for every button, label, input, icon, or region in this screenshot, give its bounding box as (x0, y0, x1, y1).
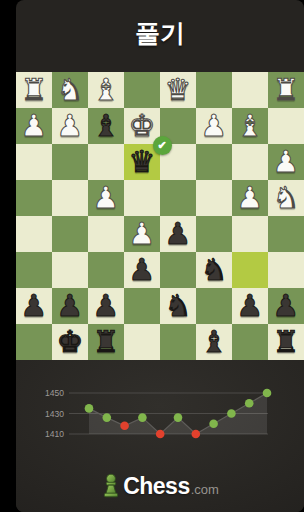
square-f7[interactable]: ♟ (88, 288, 124, 324)
square-g1[interactable]: ♞ (52, 72, 88, 108)
square-b4[interactable]: ♟ (232, 180, 268, 216)
square-a6[interactable] (268, 252, 304, 288)
square-a4[interactable]: ♞ (268, 180, 304, 216)
square-g2[interactable]: ♟ (52, 108, 88, 144)
chart-y-label: 1410 (45, 429, 64, 439)
square-g3[interactable] (52, 144, 88, 180)
square-e6[interactable]: ♟ (124, 252, 160, 288)
puzzle-result-dot-win (103, 413, 112, 422)
piece-black-pawn[interactable]: ♟ (160, 216, 196, 252)
square-c6[interactable]: ♞ (196, 252, 232, 288)
square-d6[interactable] (160, 252, 196, 288)
piece-black-pawn[interactable]: ♟ (88, 288, 124, 324)
square-f5[interactable] (88, 216, 124, 252)
chesscom-logo: Chess .com (16, 473, 304, 499)
square-f6[interactable] (88, 252, 124, 288)
square-f8[interactable]: ♜ (88, 324, 124, 360)
square-c8[interactable]: ♝ (196, 324, 232, 360)
square-e8[interactable] (124, 324, 160, 360)
puzzle-result-dot-loss (120, 422, 129, 431)
square-c4[interactable] (196, 180, 232, 216)
chess-board[interactable]: ♜♞♝♛♜♟♟♝♚♟♝♛♟♟♟♞♟♟♟♞♟♟♟♞♟♟♚♜♝♜✔ (16, 72, 304, 360)
piece-white-pawn[interactable]: ♟ (16, 108, 52, 144)
piece-white-knight[interactable]: ♞ (268, 180, 304, 216)
square-h3[interactable] (16, 144, 52, 180)
header: 풀기 (16, 0, 304, 72)
square-a3[interactable]: ♟ (268, 144, 304, 180)
square-a5[interactable] (268, 216, 304, 252)
correct-move-badge: ✔ (153, 136, 172, 155)
rating-chart: 145014301410 (16, 360, 304, 470)
puzzle-result-dot-win (174, 413, 183, 422)
piece-black-pawn[interactable]: ♟ (16, 288, 52, 324)
puzzle-result-dot-win (227, 409, 236, 418)
piece-black-pawn[interactable]: ♟ (52, 288, 88, 324)
square-c5[interactable] (196, 216, 232, 252)
square-b3[interactable] (232, 144, 268, 180)
piece-black-bishop[interactable]: ♝ (88, 108, 124, 144)
square-a2[interactable] (268, 108, 304, 144)
square-b8[interactable] (232, 324, 268, 360)
piece-white-pawn[interactable]: ♟ (124, 216, 160, 252)
square-f2[interactable]: ♝ (88, 108, 124, 144)
square-g8[interactable]: ♚ (52, 324, 88, 360)
square-h8[interactable] (16, 324, 52, 360)
piece-black-king[interactable]: ♚ (52, 324, 88, 360)
square-c1[interactable] (196, 72, 232, 108)
piece-black-pawn[interactable]: ♟ (124, 252, 160, 288)
stats-section: 145014301410 Chess .com (16, 360, 304, 512)
piece-white-pawn[interactable]: ♟ (88, 180, 124, 216)
piece-white-rook[interactable]: ♜ (268, 72, 304, 108)
square-b5[interactable] (232, 216, 268, 252)
square-e1[interactable] (124, 72, 160, 108)
square-h1[interactable]: ♜ (16, 72, 52, 108)
square-g4[interactable] (52, 180, 88, 216)
square-h4[interactable] (16, 180, 52, 216)
piece-black-rook[interactable]: ♜ (268, 324, 304, 360)
square-a1[interactable]: ♜ (268, 72, 304, 108)
piece-black-pawn[interactable]: ♟ (268, 288, 304, 324)
piece-white-bishop[interactable]: ♝ (88, 72, 124, 108)
puzzle-result-dot-win (85, 404, 94, 413)
square-c3[interactable] (196, 144, 232, 180)
brand-text: Chess (123, 474, 190, 499)
square-d8[interactable] (160, 324, 196, 360)
piece-white-pawn[interactable]: ♟ (52, 108, 88, 144)
square-h7[interactable]: ♟ (16, 288, 52, 324)
piece-white-rook[interactable]: ♜ (16, 72, 52, 108)
square-h2[interactable]: ♟ (16, 108, 52, 144)
square-e5[interactable]: ♟ (124, 216, 160, 252)
puzzle-result-dot-win (138, 413, 147, 422)
square-f1[interactable]: ♝ (88, 72, 124, 108)
square-b2[interactable]: ♝ (232, 108, 268, 144)
square-g7[interactable]: ♟ (52, 288, 88, 324)
chart-y-label: 1450 (45, 388, 64, 398)
square-c2[interactable]: ♟ (196, 108, 232, 144)
piece-white-pawn[interactable]: ♟ (196, 108, 232, 144)
square-f4[interactable]: ♟ (88, 180, 124, 216)
square-d4[interactable] (160, 180, 196, 216)
piece-black-knight[interactable]: ♞ (196, 252, 232, 288)
square-a8[interactable]: ♜ (268, 324, 304, 360)
square-c7[interactable] (196, 288, 232, 324)
piece-black-knight[interactable]: ♞ (160, 288, 196, 324)
pawn-logo-icon (101, 473, 121, 499)
brand-tld: .com (191, 483, 219, 499)
square-b7[interactable]: ♟ (232, 288, 268, 324)
piece-black-bishop[interactable]: ♝ (196, 324, 232, 360)
piece-white-bishop[interactable]: ♝ (232, 108, 268, 144)
piece-black-pawn[interactable]: ♟ (232, 288, 268, 324)
puzzle-result-dot-loss (156, 430, 165, 439)
piece-white-knight[interactable]: ♞ (52, 72, 88, 108)
piece-white-pawn[interactable]: ♟ (232, 180, 268, 216)
puzzle-result-dot-win (263, 389, 272, 398)
square-e4[interactable] (124, 180, 160, 216)
chart-y-label: 1430 (45, 409, 64, 419)
square-b6[interactable] (232, 252, 268, 288)
square-d5[interactable]: ♟ (160, 216, 196, 252)
square-d1[interactable]: ♛ (160, 72, 196, 108)
app-screen: 풀기 ♜♞♝♛♜♟♟♝♚♟♝♛♟♟♟♞♟♟♟♞♟♟♟♞♟♟♚♜♝♜✔ 14501… (16, 0, 304, 512)
square-h6[interactable] (16, 252, 52, 288)
puzzle-result-dot-win (245, 399, 254, 408)
square-f3[interactable] (88, 144, 124, 180)
square-e7[interactable] (124, 288, 160, 324)
square-a7[interactable]: ♟ (268, 288, 304, 324)
square-b1[interactable] (232, 72, 268, 108)
puzzle-result-dot-loss (192, 430, 201, 439)
piece-white-queen[interactable]: ♛ (160, 72, 196, 108)
piece-white-pawn[interactable]: ♟ (268, 144, 304, 180)
piece-black-rook[interactable]: ♜ (88, 324, 124, 360)
square-h5[interactable] (16, 216, 52, 252)
puzzle-result-dot-win (209, 419, 218, 428)
square-g6[interactable] (52, 252, 88, 288)
page-title: 풀기 (135, 17, 185, 50)
square-d7[interactable]: ♞ (160, 288, 196, 324)
square-g5[interactable] (52, 216, 88, 252)
